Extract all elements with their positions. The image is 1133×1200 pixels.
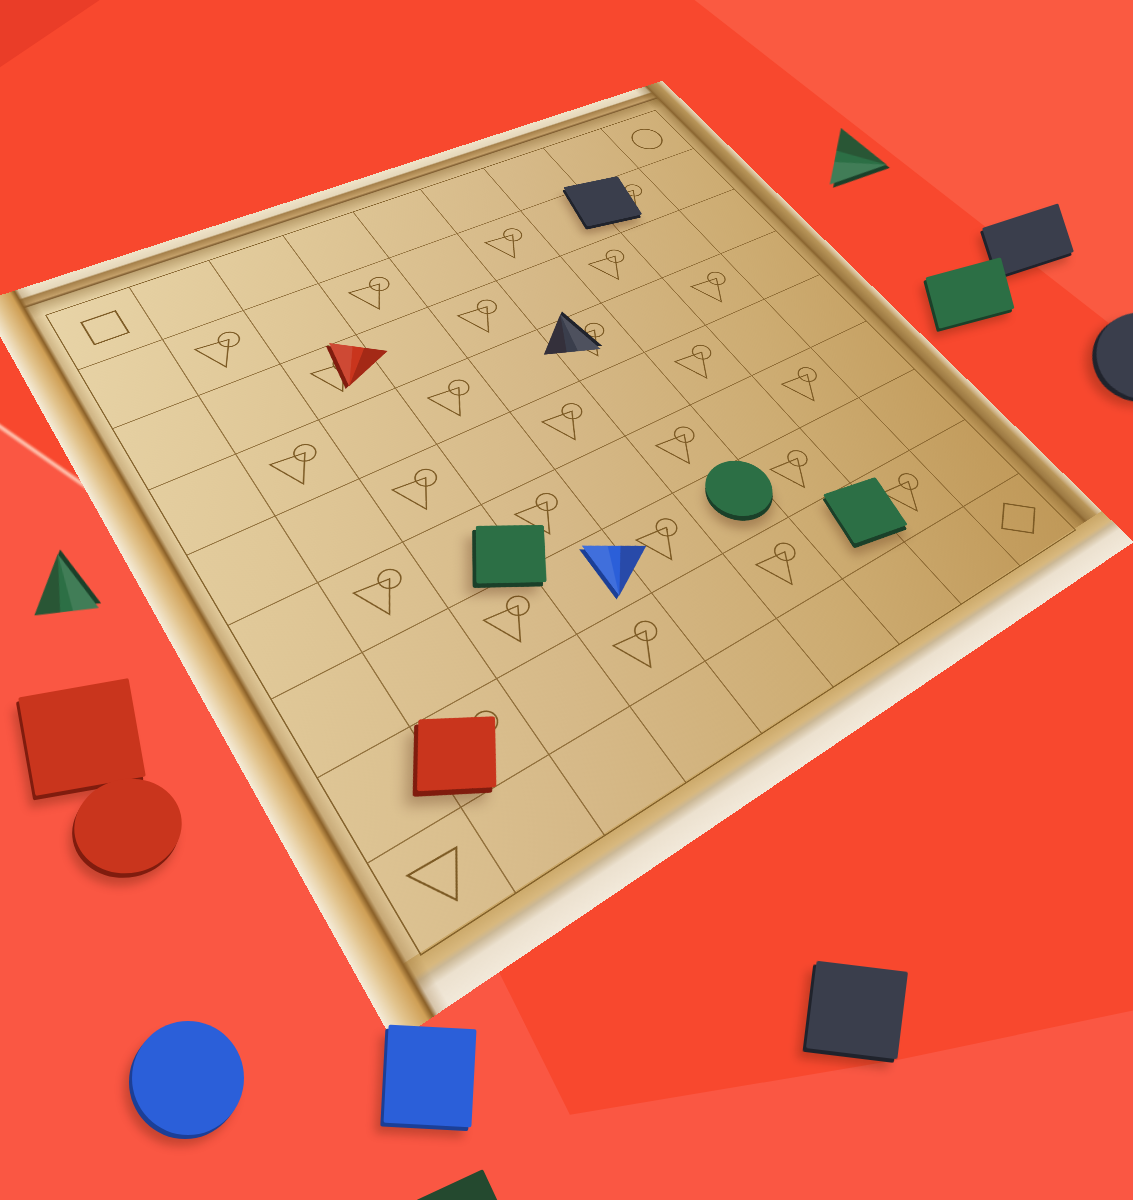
piece-green-triangle[interactable]: [822, 118, 898, 202]
board-grid: [45, 110, 1076, 956]
piece-red-triangle[interactable]: [309, 337, 397, 394]
piece-red-square[interactable]: [417, 716, 496, 791]
piece-green-square[interactable]: [476, 525, 547, 584]
piece-green_dark-square[interactable]: [416, 1169, 508, 1200]
table-surface: [0, 0, 1133, 1200]
game-board-tray: [0, 81, 1133, 1044]
piece-navy-triangle[interactable]: [524, 307, 609, 361]
piece-navy-circle[interactable]: [1084, 300, 1133, 413]
piece-blue-triangle[interactable]: [574, 539, 661, 602]
piece-green-square[interactable]: [925, 257, 1014, 328]
piece-blue-circle[interactable]: [132, 1021, 244, 1135]
piece-blue-square[interactable]: [383, 1025, 476, 1127]
piece-green-triangle[interactable]: [14, 542, 109, 625]
piece-navy-square[interactable]: [806, 961, 908, 1060]
